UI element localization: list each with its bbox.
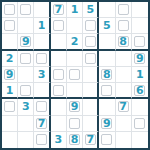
cell-r1c3[interactable]: [34, 2, 50, 18]
cell-r4c9[interactable]: 9: [132, 51, 148, 67]
cell-r7c6[interactable]: [83, 99, 99, 115]
cell-marker-square: [20, 53, 31, 64]
cell-r4c4[interactable]: [51, 51, 67, 67]
cell-r8c5[interactable]: [67, 116, 83, 132]
cell-marker-square: [4, 20, 15, 31]
cell-marker-square: [85, 36, 96, 47]
cell-r5c8[interactable]: [116, 67, 132, 83]
cell-marker-square: [101, 85, 112, 96]
cell-r8c4[interactable]: [51, 116, 67, 132]
cell-r7c5[interactable]: 9: [67, 99, 83, 115]
cell-r5c2[interactable]: [18, 67, 34, 83]
cell-marker-square: [118, 4, 129, 15]
given-digit: 3: [54, 134, 62, 145]
cell-marker-square: [20, 4, 31, 15]
cell-r5c1[interactable]: 9: [2, 67, 18, 83]
cell-r1c6[interactable]: 5: [83, 2, 99, 18]
cell-r4c2[interactable]: [18, 51, 34, 67]
cell-r3c4[interactable]: [51, 34, 67, 50]
cell-r1c8[interactable]: [116, 2, 132, 18]
cell-r5c9[interactable]: 1: [132, 67, 148, 83]
given-digit: 7: [86, 134, 94, 145]
cell-r8c3[interactable]: 7: [34, 116, 50, 132]
cell-marker-square: [53, 85, 64, 96]
cell-r8c2[interactable]: [18, 116, 34, 132]
sudoku-board: 715159282993811639779387: [0, 0, 150, 150]
sudoku-thumbnail: 715159282993811639779387: [0, 0, 150, 150]
cell-r2c7[interactable]: 5: [99, 18, 115, 34]
cell-r3c7[interactable]: [99, 34, 115, 50]
cell-r7c7[interactable]: [99, 99, 115, 115]
given-digit: 5: [86, 4, 94, 15]
cell-r9c8[interactable]: [116, 132, 132, 148]
given-digit: 7: [119, 101, 127, 112]
cell-r2c6[interactable]: [83, 18, 99, 34]
cell-r1c1[interactable]: [2, 2, 18, 18]
cell-r1c9[interactable]: [132, 2, 148, 18]
cell-r8c1[interactable]: [2, 116, 18, 132]
given-digit: 8: [103, 69, 111, 80]
cell-r7c3[interactable]: [34, 99, 50, 115]
cell-marker-square: [4, 101, 15, 112]
cell-r8c6[interactable]: [83, 116, 99, 132]
cell-r7c1[interactable]: [2, 99, 18, 115]
given-digit: 2: [6, 53, 14, 64]
cell-marker-square: [101, 134, 112, 145]
cell-r7c2[interactable]: 3: [18, 99, 34, 115]
cell-marker-square: [20, 85, 31, 96]
cell-r6c1[interactable]: 1: [2, 83, 18, 99]
cell-r6c2[interactable]: [18, 83, 34, 99]
given-digit: 9: [103, 118, 111, 129]
cell-r5c7[interactable]: 8: [99, 67, 115, 83]
cell-r6c9[interactable]: 6: [132, 83, 148, 99]
cell-r9c5[interactable]: 8: [67, 132, 83, 148]
cell-r2c8[interactable]: [116, 18, 132, 34]
cell-marker-square: [69, 118, 80, 129]
cell-r3c5[interactable]: 2: [67, 34, 83, 50]
cell-r8c8[interactable]: [116, 116, 132, 132]
cell-r7c9[interactable]: [132, 99, 148, 115]
cell-r6c8[interactable]: [116, 83, 132, 99]
given-digit: 2: [71, 36, 79, 47]
cell-r5c6[interactable]: [83, 67, 99, 83]
cell-r3c1[interactable]: [2, 34, 18, 50]
given-digit: 3: [38, 69, 46, 80]
cell-r8c9[interactable]: [132, 116, 148, 132]
cell-r1c2[interactable]: [18, 2, 34, 18]
cell-marker-square: [36, 53, 47, 64]
given-digit: 1: [38, 20, 46, 31]
given-digit: 9: [71, 101, 79, 112]
cell-marker-square: [36, 134, 47, 145]
cell-r1c4[interactable]: 7: [51, 2, 67, 18]
cell-r9c1[interactable]: [2, 132, 18, 148]
given-digit: 8: [71, 134, 79, 145]
cell-marker-square: [134, 36, 145, 47]
cell-r4c5[interactable]: [67, 51, 83, 67]
given-digit: 5: [103, 20, 111, 31]
cell-r5c3[interactable]: 3: [34, 67, 50, 83]
cell-r9c4[interactable]: 3: [51, 132, 67, 148]
cell-r9c6[interactable]: 7: [83, 132, 99, 148]
cell-r3c8[interactable]: 8: [116, 34, 132, 50]
cell-r1c5[interactable]: 1: [67, 2, 83, 18]
cell-r9c3[interactable]: [34, 132, 50, 148]
cell-r4c6[interactable]: [83, 51, 99, 67]
cell-r2c1[interactable]: [2, 18, 18, 34]
given-digit: 6: [136, 85, 144, 96]
cell-r8c7[interactable]: 9: [99, 116, 115, 132]
given-digit: 7: [54, 4, 62, 15]
cell-r9c2[interactable]: [18, 132, 34, 148]
cell-r3c9[interactable]: [132, 34, 148, 50]
cell-marker-square: [134, 118, 145, 129]
cell-r4c8[interactable]: [116, 51, 132, 67]
given-digit: 9: [22, 36, 30, 47]
cell-marker-square: [85, 53, 96, 64]
cell-marker-square: [118, 20, 129, 31]
cell-r6c7[interactable]: [99, 83, 115, 99]
cell-marker-square: [69, 69, 80, 80]
cell-r6c3[interactable]: [34, 83, 50, 99]
cell-r2c2[interactable]: [18, 18, 34, 34]
cell-r9c7[interactable]: [99, 132, 115, 148]
given-digit: 1: [6, 85, 14, 96]
cell-r1c7[interactable]: [99, 2, 115, 18]
given-digit: 7: [38, 118, 46, 129]
cell-r3c3[interactable]: [34, 34, 50, 50]
cell-r9c9[interactable]: [132, 132, 148, 148]
cell-r6c4[interactable]: [51, 83, 67, 99]
cell-r5c4[interactable]: [51, 67, 67, 83]
cell-r2c4[interactable]: [51, 18, 67, 34]
given-digit: 9: [136, 53, 144, 64]
given-digit: 1: [71, 4, 79, 15]
given-digit: 9: [6, 69, 14, 80]
cell-r4c3[interactable]: [34, 51, 50, 67]
cell-marker-square: [53, 20, 64, 31]
given-digit: 3: [22, 101, 30, 112]
cell-r4c7[interactable]: [99, 51, 115, 67]
cell-r3c2[interactable]: 9: [18, 34, 34, 50]
given-digit: 8: [119, 36, 127, 47]
cell-r2c3[interactable]: 1: [34, 18, 50, 34]
cell-marker-square: [85, 20, 96, 31]
cell-marker-square: [36, 101, 47, 112]
cell-r2c5[interactable]: [67, 18, 83, 34]
cell-r6c5[interactable]: [67, 83, 83, 99]
cell-r6c6[interactable]: [83, 83, 99, 99]
cell-r5c5[interactable]: [67, 67, 83, 83]
cell-marker-square: [53, 69, 64, 80]
cell-r3c6[interactable]: [83, 34, 99, 50]
cell-r4c1[interactable]: 2: [2, 51, 18, 67]
cell-marker-square: [4, 4, 15, 15]
cell-r7c8[interactable]: 7: [116, 99, 132, 115]
cell-r2c9[interactable]: [132, 18, 148, 34]
cell-r7c4[interactable]: [51, 99, 67, 115]
given-digit: 1: [136, 69, 144, 80]
